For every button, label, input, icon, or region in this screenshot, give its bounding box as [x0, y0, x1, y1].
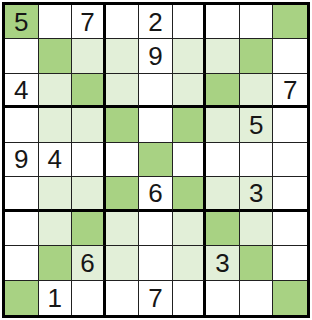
cell-r8c7[interactable]: 3 — [206, 246, 240, 280]
cell-r9c5[interactable]: 7 — [139, 281, 173, 315]
cell-r2c8[interactable] — [240, 39, 274, 73]
cell-r8c8[interactable] — [240, 246, 274, 280]
cell-r7c1[interactable] — [5, 212, 39, 246]
cell-r8c1[interactable] — [5, 246, 39, 280]
cell-r9c4[interactable] — [106, 281, 140, 315]
cell-r3c1[interactable]: 4 — [5, 74, 39, 108]
cell-r8c9[interactable] — [273, 246, 307, 280]
cell-r7c8[interactable] — [240, 212, 274, 246]
cell-r9c9[interactable] — [273, 281, 307, 315]
cell-r5c6[interactable] — [173, 143, 207, 177]
cell-r8c3[interactable]: 6 — [72, 246, 106, 280]
cell-r7c4[interactable] — [106, 212, 140, 246]
cell-r7c7[interactable] — [206, 212, 240, 246]
cell-r3c6[interactable] — [173, 74, 207, 108]
cell-r4c1[interactable] — [5, 108, 39, 142]
cell-r7c2[interactable] — [39, 212, 73, 246]
cell-r4c7[interactable] — [206, 108, 240, 142]
cell-r2c5[interactable]: 9 — [139, 39, 173, 73]
cell-r5c2[interactable]: 4 — [39, 143, 73, 177]
cell-r3c2[interactable] — [39, 74, 73, 108]
cell-r9c2[interactable]: 1 — [39, 281, 73, 315]
cell-r1c9[interactable] — [273, 5, 307, 39]
cell-r5c3[interactable] — [72, 143, 106, 177]
cell-r5c8[interactable] — [240, 143, 274, 177]
cell-r3c5[interactable] — [139, 74, 173, 108]
sudoku-board: 572947594636317 — [2, 2, 310, 318]
cell-r5c9[interactable] — [273, 143, 307, 177]
cell-r3c7[interactable] — [206, 74, 240, 108]
cell-r3c8[interactable] — [240, 74, 274, 108]
cell-r2c4[interactable] — [106, 39, 140, 73]
cell-r5c7[interactable] — [206, 143, 240, 177]
cell-r6c5[interactable]: 6 — [139, 177, 173, 211]
cell-r6c6[interactable] — [173, 177, 207, 211]
cell-r4c3[interactable] — [72, 108, 106, 142]
cell-r6c3[interactable] — [72, 177, 106, 211]
cell-r1c8[interactable] — [240, 5, 274, 39]
cell-r8c4[interactable] — [106, 246, 140, 280]
cell-r2c6[interactable] — [173, 39, 207, 73]
cell-r7c3[interactable] — [72, 212, 106, 246]
cell-r2c1[interactable] — [5, 39, 39, 73]
cell-r7c6[interactable] — [173, 212, 207, 246]
cell-r9c6[interactable] — [173, 281, 207, 315]
cell-r4c5[interactable] — [139, 108, 173, 142]
cell-r3c4[interactable] — [106, 74, 140, 108]
cell-r5c4[interactable] — [106, 143, 140, 177]
cell-r4c8[interactable]: 5 — [240, 108, 274, 142]
cell-r3c3[interactable] — [72, 74, 106, 108]
cell-r5c5[interactable] — [139, 143, 173, 177]
cell-r6c4[interactable] — [106, 177, 140, 211]
cell-r8c2[interactable] — [39, 246, 73, 280]
cell-r4c2[interactable] — [39, 108, 73, 142]
cell-r7c9[interactable] — [273, 212, 307, 246]
cell-r3c9[interactable]: 7 — [273, 74, 307, 108]
cell-r6c2[interactable] — [39, 177, 73, 211]
cell-r4c4[interactable] — [106, 108, 140, 142]
sudoku-page: 572947594636317 — [0, 0, 312, 320]
cell-r1c6[interactable] — [173, 5, 207, 39]
cell-r1c7[interactable] — [206, 5, 240, 39]
cell-r6c8[interactable]: 3 — [240, 177, 274, 211]
cell-r1c4[interactable] — [106, 5, 140, 39]
cell-r8c5[interactable] — [139, 246, 173, 280]
cell-r9c1[interactable] — [5, 281, 39, 315]
cell-r1c5[interactable]: 2 — [139, 5, 173, 39]
cell-r9c8[interactable] — [240, 281, 274, 315]
cell-r6c9[interactable] — [273, 177, 307, 211]
cell-r8c6[interactable] — [173, 246, 207, 280]
cell-r4c6[interactable] — [173, 108, 207, 142]
cell-r9c7[interactable] — [206, 281, 240, 315]
cell-r9c3[interactable] — [72, 281, 106, 315]
cell-r6c7[interactable] — [206, 177, 240, 211]
cell-r7c5[interactable] — [139, 212, 173, 246]
cell-r2c2[interactable] — [39, 39, 73, 73]
cell-r6c1[interactable] — [5, 177, 39, 211]
cell-r1c1[interactable]: 5 — [5, 5, 39, 39]
cell-r2c7[interactable] — [206, 39, 240, 73]
cell-r2c3[interactable] — [72, 39, 106, 73]
cell-r4c9[interactable] — [273, 108, 307, 142]
cell-r2c9[interactable] — [273, 39, 307, 73]
cell-r1c2[interactable] — [39, 5, 73, 39]
cell-r1c3[interactable]: 7 — [72, 5, 106, 39]
cell-r5c1[interactable]: 9 — [5, 143, 39, 177]
